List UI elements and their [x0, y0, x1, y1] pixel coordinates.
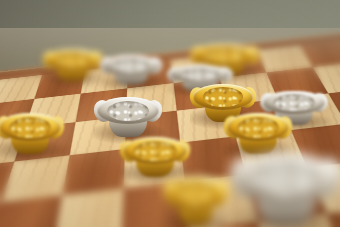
- ingot-gold-f5: [226, 114, 290, 158]
- ingot-mound: [133, 141, 177, 161]
- ingot-gold-b5: [0, 114, 62, 158]
- ingot-silver-e7: [102, 56, 160, 88]
- board-square-c4: [54, 188, 124, 227]
- board-photo-scene: [0, 0, 340, 227]
- ingot-mound: [9, 117, 51, 138]
- ingot-mound: [252, 160, 321, 197]
- ingot-mound: [203, 87, 244, 106]
- ingot-silver-f3: [234, 155, 338, 227]
- ingot-gold-e3: [166, 177, 226, 227]
- ingot-mound: [107, 101, 149, 121]
- ingot-mound: [237, 117, 279, 138]
- ingot-gold-c7: [45, 50, 101, 84]
- ingot-silver-d5: [96, 98, 160, 140]
- ingot-gold-d4: [122, 138, 188, 180]
- ingot-mound: [176, 180, 216, 206]
